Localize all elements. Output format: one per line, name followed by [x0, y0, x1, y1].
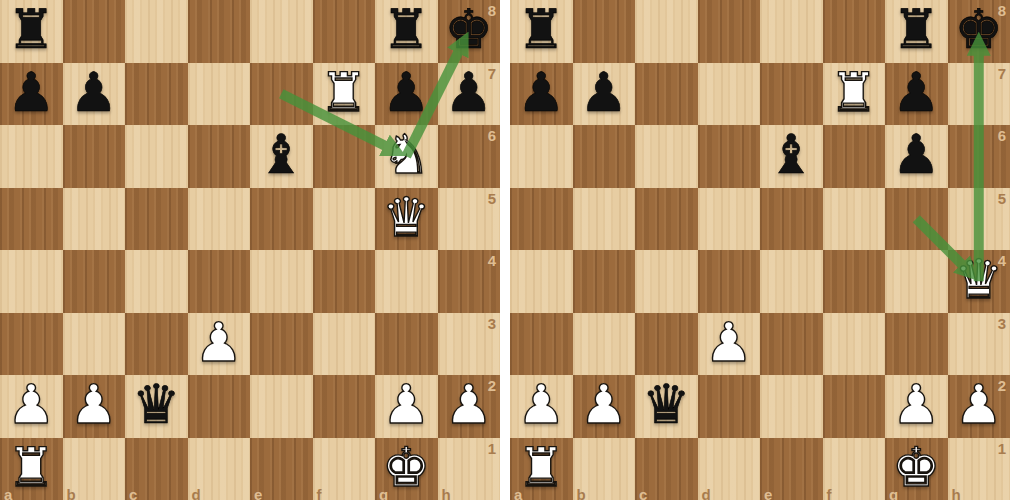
- square-a8[interactable]: ♜: [510, 0, 573, 63]
- square-f8[interactable]: [823, 0, 886, 63]
- rank-label-5: 5: [998, 191, 1006, 206]
- square-d4[interactable]: [188, 250, 251, 313]
- piece-black-pawn-a7[interactable]: ♟: [510, 63, 573, 126]
- square-h6[interactable]: 6: [438, 125, 501, 188]
- piece-black-rook-a8[interactable]: ♜: [0, 0, 63, 63]
- piece-black-pawn-a7[interactable]: ♟: [0, 63, 63, 126]
- piece-white-king-g1[interactable]: ♚: [885, 438, 948, 500]
- square-c8[interactable]: [635, 0, 698, 63]
- square-f6[interactable]: [313, 125, 376, 188]
- analysis-board-pair: ♜♜8♚♟♟♜♟7♟♝♞6♛54♟3♟♟♛♟2♟a♜bcdefg♚1h ♜♜8♚…: [0, 0, 1010, 500]
- square-c5[interactable]: [125, 188, 188, 251]
- rank-label-3: 3: [488, 316, 496, 331]
- square-g5[interactable]: ♛: [375, 188, 438, 251]
- left-board: ♜♜8♚♟♟♜♟7♟♝♞6♛54♟3♟♟♛♟2♟a♜bcdefg♚1h: [0, 0, 500, 500]
- square-h7[interactable]: 7: [948, 63, 1010, 126]
- square-d1[interactable]: d: [698, 438, 761, 500]
- piece-black-pawn-b7[interactable]: ♟: [573, 63, 636, 126]
- square-e7[interactable]: [250, 63, 313, 126]
- square-a5[interactable]: [510, 188, 573, 251]
- square-c8[interactable]: [125, 0, 188, 63]
- square-b7[interactable]: ♟: [573, 63, 636, 126]
- square-h2[interactable]: 2♟: [948, 375, 1010, 438]
- square-e3[interactable]: [760, 313, 823, 376]
- square-c6[interactable]: [635, 125, 698, 188]
- square-c6[interactable]: [125, 125, 188, 188]
- square-a7[interactable]: ♟: [510, 63, 573, 126]
- piece-white-rook-a1[interactable]: ♜: [0, 438, 63, 500]
- square-a2[interactable]: ♟: [0, 375, 63, 438]
- square-f4[interactable]: [823, 250, 886, 313]
- piece-black-pawn-h7[interactable]: ♟: [438, 63, 501, 126]
- square-b5[interactable]: [63, 188, 126, 251]
- square-h1[interactable]: 1h: [948, 438, 1010, 500]
- square-a6[interactable]: [510, 125, 573, 188]
- square-h5[interactable]: 5: [948, 188, 1010, 251]
- file-label-e: e: [764, 487, 772, 500]
- square-f4[interactable]: [313, 250, 376, 313]
- square-b4[interactable]: [63, 250, 126, 313]
- square-f7[interactable]: ♜: [313, 63, 376, 126]
- file-label-c: c: [129, 487, 137, 500]
- square-d3[interactable]: ♟: [188, 313, 251, 376]
- square-a3[interactable]: [510, 313, 573, 376]
- piece-white-king-g1[interactable]: ♚: [375, 438, 438, 500]
- square-a2[interactable]: ♟: [510, 375, 573, 438]
- square-g4[interactable]: [375, 250, 438, 313]
- square-b5[interactable]: [573, 188, 636, 251]
- square-d7[interactable]: [698, 63, 761, 126]
- piece-white-pawn-g2[interactable]: ♟: [375, 375, 438, 438]
- square-h3[interactable]: 3: [948, 313, 1010, 376]
- square-d3[interactable]: ♟: [698, 313, 761, 376]
- square-h6[interactable]: 6: [948, 125, 1010, 188]
- square-b7[interactable]: ♟: [63, 63, 126, 126]
- square-e6[interactable]: ♝: [250, 125, 313, 188]
- square-d5[interactable]: [188, 188, 251, 251]
- square-b2[interactable]: ♟: [63, 375, 126, 438]
- piece-white-pawn-g2[interactable]: ♟: [885, 375, 948, 438]
- file-label-d: d: [702, 487, 711, 500]
- rank-label-5: 5: [488, 191, 496, 206]
- square-d7[interactable]: [188, 63, 251, 126]
- square-g2[interactable]: ♟: [375, 375, 438, 438]
- piece-white-pawn-b2[interactable]: ♟: [573, 375, 636, 438]
- square-b8[interactable]: [573, 0, 636, 63]
- square-d8[interactable]: [188, 0, 251, 63]
- square-b2[interactable]: ♟: [573, 375, 636, 438]
- square-b6[interactable]: [573, 125, 636, 188]
- piece-black-pawn-g7[interactable]: ♟: [375, 63, 438, 126]
- rank-label-6: 6: [488, 128, 496, 143]
- square-f7[interactable]: ♜: [823, 63, 886, 126]
- piece-black-queen-c2[interactable]: ♛: [635, 375, 698, 438]
- square-e5[interactable]: [250, 188, 313, 251]
- square-b3[interactable]: [63, 313, 126, 376]
- file-label-f: f: [827, 487, 832, 500]
- square-c3[interactable]: [125, 313, 188, 376]
- piece-white-pawn-h2[interactable]: ♟: [948, 375, 1010, 438]
- square-h8[interactable]: 8♚: [948, 0, 1010, 63]
- square-h4[interactable]: 4: [438, 250, 501, 313]
- square-g1[interactable]: g♚: [375, 438, 438, 500]
- piece-black-bishop-e6[interactable]: ♝: [250, 125, 313, 188]
- square-h8[interactable]: 8♚: [438, 0, 501, 63]
- square-e2[interactable]: [760, 375, 823, 438]
- square-h2[interactable]: 2♟: [438, 375, 501, 438]
- square-g3[interactable]: [885, 313, 948, 376]
- square-c5[interactable]: [635, 188, 698, 251]
- square-a5[interactable]: [0, 188, 63, 251]
- square-f1[interactable]: f: [313, 438, 376, 500]
- piece-white-pawn-b2[interactable]: ♟: [63, 375, 126, 438]
- piece-black-pawn-g7[interactable]: ♟: [885, 63, 948, 126]
- piece-white-queen-g5[interactable]: ♛: [375, 188, 438, 251]
- square-e4[interactable]: [760, 250, 823, 313]
- rank-label-1: 1: [488, 441, 496, 456]
- square-e1[interactable]: e: [760, 438, 823, 500]
- piece-black-pawn-g6[interactable]: ♟: [885, 125, 948, 188]
- square-d6[interactable]: [698, 125, 761, 188]
- square-e7[interactable]: [760, 63, 823, 126]
- piece-white-pawn-d3[interactable]: ♟: [188, 313, 251, 376]
- piece-black-rook-g8[interactable]: ♜: [375, 0, 438, 63]
- piece-white-rook-f7[interactable]: ♜: [313, 63, 376, 126]
- square-b1[interactable]: b: [573, 438, 636, 500]
- square-g2[interactable]: ♟: [885, 375, 948, 438]
- square-e2[interactable]: [250, 375, 313, 438]
- square-f3[interactable]: [313, 313, 376, 376]
- file-label-h: h: [952, 487, 961, 500]
- square-c7[interactable]: [635, 63, 698, 126]
- square-b6[interactable]: [63, 125, 126, 188]
- square-h4[interactable]: 4♛: [948, 250, 1010, 313]
- rank-label-6: 6: [998, 128, 1006, 143]
- square-g7[interactable]: ♟: [375, 63, 438, 126]
- square-b8[interactable]: [63, 0, 126, 63]
- square-g1[interactable]: g♚: [885, 438, 948, 500]
- square-f1[interactable]: f: [823, 438, 886, 500]
- square-h5[interactable]: 5: [438, 188, 501, 251]
- piece-white-pawn-a2[interactable]: ♟: [510, 375, 573, 438]
- square-c4[interactable]: [125, 250, 188, 313]
- file-label-h: h: [442, 487, 451, 500]
- square-e3[interactable]: [250, 313, 313, 376]
- square-f5[interactable]: [313, 188, 376, 251]
- rank-label-7: 7: [998, 66, 1006, 81]
- piece-white-pawn-a2[interactable]: ♟: [0, 375, 63, 438]
- square-b4[interactable]: [573, 250, 636, 313]
- rank-label-1: 1: [998, 441, 1006, 456]
- piece-white-rook-a1[interactable]: ♜: [510, 438, 573, 500]
- rank-label-3: 3: [998, 316, 1006, 331]
- piece-black-pawn-b7[interactable]: ♟: [63, 63, 126, 126]
- square-h7[interactable]: 7♟: [438, 63, 501, 126]
- square-c1[interactable]: c: [635, 438, 698, 500]
- square-c2[interactable]: ♛: [125, 375, 188, 438]
- square-a3[interactable]: [0, 313, 63, 376]
- square-d2[interactable]: [188, 375, 251, 438]
- file-label-e: e: [254, 487, 262, 500]
- piece-black-king-h8[interactable]: ♚: [948, 0, 1010, 63]
- square-g4[interactable]: [885, 250, 948, 313]
- piece-black-king-h8[interactable]: ♚: [438, 0, 501, 63]
- right-board: ♜♜8♚♟♟♜♟7♝♟654♛♟3♟♟♛♟2♟a♜bcdefg♚1h: [510, 0, 1010, 500]
- square-c4[interactable]: [635, 250, 698, 313]
- square-e8[interactable]: [760, 0, 823, 63]
- square-g8[interactable]: ♜: [375, 0, 438, 63]
- square-a6[interactable]: [0, 125, 63, 188]
- square-f6[interactable]: [823, 125, 886, 188]
- file-label-c: c: [639, 487, 647, 500]
- square-c2[interactable]: ♛: [635, 375, 698, 438]
- file-label-b: b: [67, 487, 76, 500]
- square-f2[interactable]: [313, 375, 376, 438]
- piece-black-bishop-e6[interactable]: ♝: [760, 125, 823, 188]
- piece-black-rook-a8[interactable]: ♜: [510, 0, 573, 63]
- piece-white-queen-h4[interactable]: ♛: [948, 250, 1010, 313]
- piece-white-pawn-d3[interactable]: ♟: [698, 313, 761, 376]
- square-h1[interactable]: 1h: [438, 438, 501, 500]
- square-f2[interactable]: [823, 375, 886, 438]
- square-b3[interactable]: [573, 313, 636, 376]
- square-g8[interactable]: ♜: [885, 0, 948, 63]
- file-label-f: f: [317, 487, 322, 500]
- file-label-d: d: [192, 487, 201, 500]
- square-h3[interactable]: 3: [438, 313, 501, 376]
- square-e5[interactable]: [760, 188, 823, 251]
- piece-white-rook-f7[interactable]: ♜: [823, 63, 886, 126]
- square-d1[interactable]: d: [188, 438, 251, 500]
- square-a8[interactable]: ♜: [0, 0, 63, 63]
- square-a1[interactable]: a♜: [510, 438, 573, 500]
- square-f8[interactable]: [313, 0, 376, 63]
- square-a1[interactable]: a♜: [0, 438, 63, 500]
- square-a4[interactable]: [0, 250, 63, 313]
- square-e8[interactable]: [250, 0, 313, 63]
- square-d5[interactable]: [698, 188, 761, 251]
- square-c3[interactable]: [635, 313, 698, 376]
- square-g6[interactable]: ♞: [375, 125, 438, 188]
- square-d8[interactable]: [698, 0, 761, 63]
- file-label-b: b: [577, 487, 586, 500]
- piece-white-pawn-h2[interactable]: ♟: [438, 375, 501, 438]
- square-e1[interactable]: e: [250, 438, 313, 500]
- piece-black-rook-g8[interactable]: ♜: [885, 0, 948, 63]
- square-a7[interactable]: ♟: [0, 63, 63, 126]
- rank-label-4: 4: [488, 253, 496, 268]
- square-f5[interactable]: [823, 188, 886, 251]
- piece-black-queen-c2[interactable]: ♛: [125, 375, 188, 438]
- square-g6[interactable]: ♟: [885, 125, 948, 188]
- square-d4[interactable]: [698, 250, 761, 313]
- square-a4[interactable]: [510, 250, 573, 313]
- piece-white-knight-g6[interactable]: ♞: [375, 125, 438, 188]
- square-g7[interactable]: ♟: [885, 63, 948, 126]
- square-d2[interactable]: [698, 375, 761, 438]
- square-e6[interactable]: ♝: [760, 125, 823, 188]
- square-d6[interactable]: [188, 125, 251, 188]
- square-g3[interactable]: [375, 313, 438, 376]
- square-e4[interactable]: [250, 250, 313, 313]
- square-b1[interactable]: b: [63, 438, 126, 500]
- square-c7[interactable]: [125, 63, 188, 126]
- square-g5[interactable]: [885, 188, 948, 251]
- square-c1[interactable]: c: [125, 438, 188, 500]
- square-f3[interactable]: [823, 313, 886, 376]
